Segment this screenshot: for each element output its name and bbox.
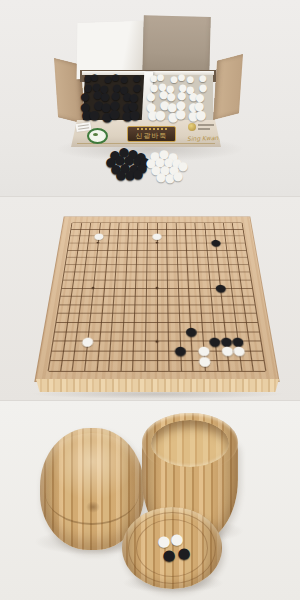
photo-go-board: ●●●●●●●●●●●●●●	[0, 196, 300, 401]
loose-white-stone: ●	[173, 170, 183, 182]
white-board-stone[interactable]: ●	[152, 232, 162, 240]
star-point	[92, 287, 95, 289]
black-board-stone[interactable]: ●	[174, 345, 187, 357]
star-point	[156, 242, 159, 244]
black-board-stone[interactable]: ●	[214, 283, 226, 293]
go-set-product-collage: 신광바둑 Sing Kwang Baduk ●●●●●●●●●●●●●●●●●●…	[0, 0, 300, 600]
grid-hline	[60, 296, 254, 297]
open-bowl-interior	[151, 420, 229, 467]
white-stone-in-box: ●	[155, 109, 166, 122]
white-board-stone[interactable]: ●	[232, 345, 246, 357]
grid-vline	[48, 223, 73, 371]
black-stone-in-box: ●	[89, 109, 100, 122]
black-stone-in-box: ●	[109, 108, 120, 121]
grid-hline	[57, 313, 256, 314]
brand-plaque: 신광바둑	[127, 126, 176, 142]
brand-crest-icon	[188, 123, 196, 131]
grid-vline	[108, 223, 120, 371]
grid-hline	[59, 304, 255, 305]
box-front-panel: 신광바둑 Sing Kwang Baduk	[71, 120, 221, 147]
dish-black-stone: ●	[177, 546, 190, 561]
brand-script-text: Sing Kwang Baduk	[187, 133, 243, 142]
bowl-lid-seam	[45, 460, 139, 525]
box-side-flap-right	[213, 54, 243, 120]
black-stone-in-box: ●	[130, 110, 141, 123]
grid-vline	[166, 223, 170, 371]
loose-black-stone: ●	[133, 168, 144, 181]
white-board-stone[interactable]: ●	[93, 232, 104, 240]
grid-hline	[48, 371, 266, 372]
white-board-stone[interactable]: ●	[81, 335, 95, 347]
go-board[interactable]: ●●●●●●●●●●●●●●	[34, 217, 279, 382]
grid-vline	[144, 223, 148, 371]
plaque-subtitle-line	[137, 128, 167, 130]
white-stone-in-box: ●	[196, 110, 207, 123]
grid-vline	[72, 223, 91, 371]
board-scene: ●●●●●●●●●●●●●●	[51, 196, 263, 394]
photo-stones-box: 신광바둑 Sing Kwang Baduk ●●●●●●●●●●●●●●●●●●…	[0, 0, 300, 196]
star-point	[155, 340, 158, 343]
star-point	[155, 287, 158, 289]
grid-vline	[132, 223, 138, 371]
board-front-edge	[36, 379, 279, 392]
brand-plaque-text: 신광바둑	[128, 131, 175, 141]
brand-logo-oval	[87, 128, 108, 144]
white-stone-in-box: ●	[175, 108, 186, 121]
white-board-stone[interactable]: ●	[198, 354, 212, 367]
black-board-stone[interactable]: ●	[185, 326, 198, 337]
star-point	[97, 242, 100, 244]
grid-hline	[50, 360, 264, 361]
grid-hline	[55, 331, 260, 332]
grid-hline	[56, 322, 258, 323]
grid-vline	[156, 223, 157, 371]
grid-vline	[242, 223, 267, 371]
photo-go-bowls: ●●●●	[0, 400, 300, 600]
grid-vline	[60, 223, 82, 371]
black-board-stone[interactable]: ●	[210, 239, 221, 248]
grid-vline	[120, 223, 129, 371]
dish-black-stone: ●	[162, 548, 175, 563]
